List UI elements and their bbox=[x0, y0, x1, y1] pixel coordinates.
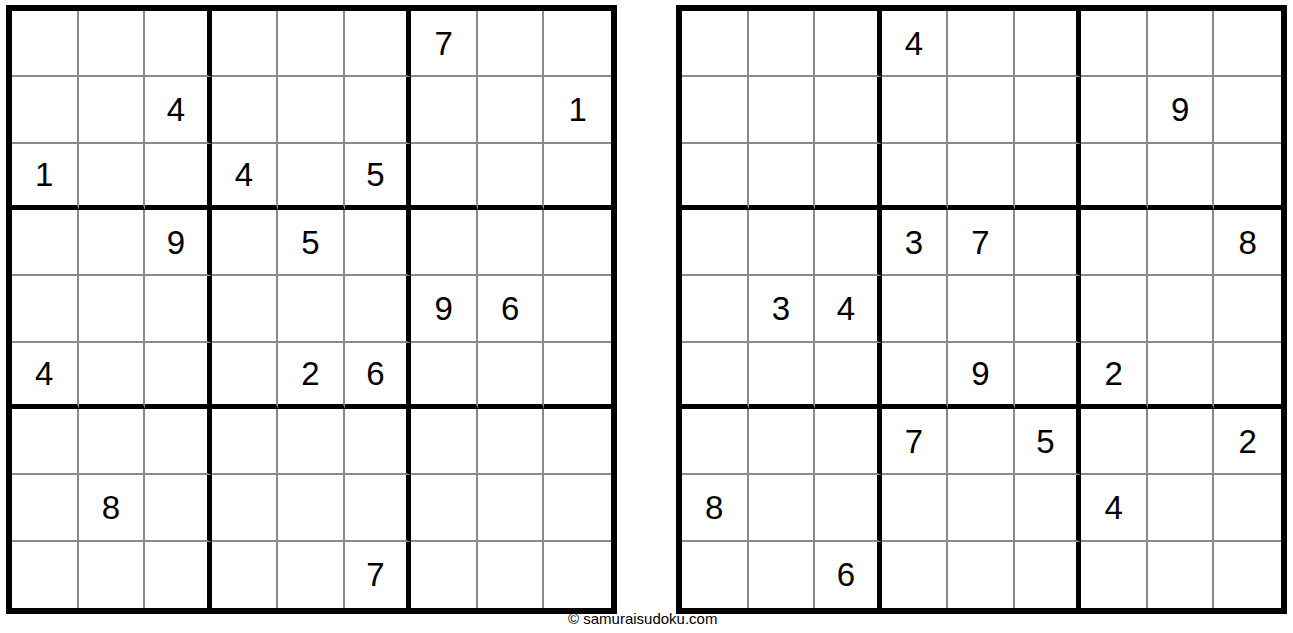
cell-left-r1c6[interactable] bbox=[345, 11, 412, 77]
cell-right-r6c3[interactable] bbox=[815, 343, 882, 409]
cell-right-r3c2[interactable] bbox=[749, 144, 816, 210]
cell-left-r9c9[interactable] bbox=[544, 542, 611, 608]
cell-left-r8c9[interactable] bbox=[544, 475, 611, 541]
cell-left-r4c4[interactable] bbox=[212, 210, 279, 276]
cell-left-r6c9[interactable] bbox=[544, 343, 611, 409]
cell-right-r7c1[interactable] bbox=[682, 409, 749, 475]
cell-right-r5c6[interactable] bbox=[1015, 276, 1082, 342]
cell-left-r6c3[interactable] bbox=[145, 343, 212, 409]
cell-left-r3c8[interactable] bbox=[478, 144, 545, 210]
cell-left-r8c7[interactable] bbox=[411, 475, 478, 541]
cell-right-r5c1[interactable] bbox=[682, 276, 749, 342]
cell-right-r5c9[interactable] bbox=[1214, 276, 1281, 342]
cell-right-r7c6[interactable]: 5 bbox=[1015, 409, 1082, 475]
cell-right-r2c9[interactable] bbox=[1214, 77, 1281, 143]
cell-right-r5c4[interactable] bbox=[882, 276, 949, 342]
cell-left-r3c3[interactable] bbox=[145, 144, 212, 210]
cell-left-r9c8[interactable] bbox=[478, 542, 545, 608]
cell-right-r1c6[interactable] bbox=[1015, 11, 1082, 77]
cell-left-r1c8[interactable] bbox=[478, 11, 545, 77]
cell-right-r9c6[interactable] bbox=[1015, 542, 1082, 608]
cell-left-r2c4[interactable] bbox=[212, 77, 279, 143]
cell-left-r2c9[interactable]: 1 bbox=[544, 77, 611, 143]
cell-right-r5c8[interactable] bbox=[1148, 276, 1215, 342]
cell-left-r6c2[interactable] bbox=[79, 343, 146, 409]
cell-left-r2c2[interactable] bbox=[79, 77, 146, 143]
cell-right-r4c6[interactable] bbox=[1015, 210, 1082, 276]
cell-left-r7c6[interactable] bbox=[345, 409, 412, 475]
cell-right-r9c2[interactable] bbox=[749, 542, 816, 608]
cell-right-r2c8[interactable]: 9 bbox=[1148, 77, 1215, 143]
cell-right-r3c9[interactable] bbox=[1214, 144, 1281, 210]
cell-right-r1c8[interactable] bbox=[1148, 11, 1215, 77]
cell-right-r6c9[interactable] bbox=[1214, 343, 1281, 409]
copyright-text: © samuraisudoku.com bbox=[568, 610, 717, 627]
cell-left-r9c2[interactable] bbox=[79, 542, 146, 608]
cell-left-r7c5[interactable] bbox=[278, 409, 345, 475]
cell-left-r1c5[interactable] bbox=[278, 11, 345, 77]
cell-right-r1c5[interactable] bbox=[948, 11, 1015, 77]
cell-left-r8c6[interactable] bbox=[345, 475, 412, 541]
cell-left-r4c9[interactable] bbox=[544, 210, 611, 276]
cell-left-r1c3[interactable] bbox=[145, 11, 212, 77]
cell-right-r4c8[interactable] bbox=[1148, 210, 1215, 276]
cell-left-r6c5[interactable]: 2 bbox=[278, 343, 345, 409]
cell-right-r3c4[interactable] bbox=[882, 144, 949, 210]
cell-left-r5c5[interactable] bbox=[278, 276, 345, 342]
cell-right-r9c1[interactable] bbox=[682, 542, 749, 608]
cell-right-r8c4[interactable] bbox=[882, 475, 949, 541]
cell-right-r9c8[interactable] bbox=[1148, 542, 1215, 608]
cell-left-r7c9[interactable] bbox=[544, 409, 611, 475]
cell-left-r6c8[interactable] bbox=[478, 343, 545, 409]
cell-left-r2c3[interactable]: 4 bbox=[145, 77, 212, 143]
cell-right-r3c8[interactable] bbox=[1148, 144, 1215, 210]
cell-right-r8c1[interactable]: 8 bbox=[682, 475, 749, 541]
cell-right-r8c3[interactable] bbox=[815, 475, 882, 541]
cell-right-r2c3[interactable] bbox=[815, 77, 882, 143]
cell-right-r6c1[interactable] bbox=[682, 343, 749, 409]
cell-left-r9c5[interactable] bbox=[278, 542, 345, 608]
cell-left-r4c3[interactable]: 9 bbox=[145, 210, 212, 276]
cell-left-r1c1[interactable] bbox=[12, 11, 79, 77]
cell-right-r4c5[interactable]: 7 bbox=[948, 210, 1015, 276]
cell-left-r1c7[interactable]: 7 bbox=[411, 11, 478, 77]
cell-left-r3c5[interactable] bbox=[278, 144, 345, 210]
cell-right-r4c1[interactable] bbox=[682, 210, 749, 276]
cell-right-r5c7[interactable] bbox=[1081, 276, 1148, 342]
cell-left-r1c9[interactable] bbox=[544, 11, 611, 77]
cell-left-r7c3[interactable] bbox=[145, 409, 212, 475]
cell-right-r7c3[interactable] bbox=[815, 409, 882, 475]
cell-left-r8c1[interactable] bbox=[12, 475, 79, 541]
cell-right-r4c2[interactable] bbox=[749, 210, 816, 276]
cell-right-r7c8[interactable] bbox=[1148, 409, 1215, 475]
cell-left-r4c8[interactable] bbox=[478, 210, 545, 276]
cell-right-r8c8[interactable] bbox=[1148, 475, 1215, 541]
cell-right-r4c4[interactable]: 3 bbox=[882, 210, 949, 276]
cell-right-r6c6[interactable] bbox=[1015, 343, 1082, 409]
cell-left-r2c7[interactable] bbox=[411, 77, 478, 143]
cell-right-r3c6[interactable] bbox=[1015, 144, 1082, 210]
cell-right-r1c7[interactable] bbox=[1081, 11, 1148, 77]
cell-left-r1c4[interactable] bbox=[212, 11, 279, 77]
cell-right-r2c1[interactable] bbox=[682, 77, 749, 143]
cell-left-r5c7[interactable]: 9 bbox=[411, 276, 478, 342]
cell-right-r7c2[interactable] bbox=[749, 409, 816, 475]
cell-right-r7c9[interactable]: 2 bbox=[1214, 409, 1281, 475]
cell-right-r8c7[interactable]: 4 bbox=[1081, 475, 1148, 541]
cell-right-r4c3[interactable] bbox=[815, 210, 882, 276]
cell-left-r9c7[interactable] bbox=[411, 542, 478, 608]
cell-left-r7c8[interactable] bbox=[478, 409, 545, 475]
cell-right-r4c9[interactable]: 8 bbox=[1214, 210, 1281, 276]
cell-left-r5c8[interactable]: 6 bbox=[478, 276, 545, 342]
cell-left-r5c4[interactable] bbox=[212, 276, 279, 342]
cell-right-r8c9[interactable] bbox=[1214, 475, 1281, 541]
cell-right-r1c9[interactable] bbox=[1214, 11, 1281, 77]
cell-right-r5c2[interactable]: 3 bbox=[749, 276, 816, 342]
cell-left-r7c1[interactable] bbox=[12, 409, 79, 475]
cell-left-r3c7[interactable] bbox=[411, 144, 478, 210]
cell-right-r7c7[interactable] bbox=[1081, 409, 1148, 475]
cell-left-r8c8[interactable] bbox=[478, 475, 545, 541]
cell-right-r9c7[interactable] bbox=[1081, 542, 1148, 608]
cell-right-r9c4[interactable] bbox=[882, 542, 949, 608]
cell-left-r8c3[interactable] bbox=[145, 475, 212, 541]
left-sudoku-board: 741145959642687 bbox=[6, 5, 617, 614]
cell-left-r4c1[interactable] bbox=[12, 210, 79, 276]
cell-left-r5c6[interactable] bbox=[345, 276, 412, 342]
cell-left-r2c6[interactable] bbox=[345, 77, 412, 143]
cell-right-r4c7[interactable] bbox=[1081, 210, 1148, 276]
cell-right-r3c1[interactable] bbox=[682, 144, 749, 210]
cell-right-r2c7[interactable] bbox=[1081, 77, 1148, 143]
cell-right-r8c6[interactable] bbox=[1015, 475, 1082, 541]
cell-right-r1c4[interactable]: 4 bbox=[882, 11, 949, 77]
cell-left-r9c4[interactable] bbox=[212, 542, 279, 608]
cell-right-r2c6[interactable] bbox=[1015, 77, 1082, 143]
cell-right-r6c5[interactable]: 9 bbox=[948, 343, 1015, 409]
cell-right-r5c3[interactable]: 4 bbox=[815, 276, 882, 342]
cell-right-r7c4[interactable]: 7 bbox=[882, 409, 949, 475]
cell-left-r6c7[interactable] bbox=[411, 343, 478, 409]
cell-left-r7c7[interactable] bbox=[411, 409, 478, 475]
cell-right-r7c5[interactable] bbox=[948, 409, 1015, 475]
cell-left-r3c2[interactable] bbox=[79, 144, 146, 210]
cell-left-r3c6[interactable]: 5 bbox=[345, 144, 412, 210]
cell-left-r5c9[interactable] bbox=[544, 276, 611, 342]
cell-right-r5c5[interactable] bbox=[948, 276, 1015, 342]
cell-right-r3c5[interactable] bbox=[948, 144, 1015, 210]
cell-left-r4c2[interactable] bbox=[79, 210, 146, 276]
cell-left-r5c1[interactable] bbox=[12, 276, 79, 342]
page: 741145959642687 493783492752846 © samura… bbox=[0, 0, 1293, 633]
cell-left-r4c7[interactable] bbox=[411, 210, 478, 276]
cell-right-r9c3[interactable]: 6 bbox=[815, 542, 882, 608]
cell-left-r4c5[interactable]: 5 bbox=[278, 210, 345, 276]
cell-right-r1c2[interactable] bbox=[749, 11, 816, 77]
cell-left-r2c5[interactable] bbox=[278, 77, 345, 143]
cell-right-r6c8[interactable] bbox=[1148, 343, 1215, 409]
cell-right-r3c7[interactable] bbox=[1081, 144, 1148, 210]
cell-right-r8c5[interactable] bbox=[948, 475, 1015, 541]
cell-left-r3c1[interactable]: 1 bbox=[12, 144, 79, 210]
cell-right-r6c2[interactable] bbox=[749, 343, 816, 409]
cell-left-r3c9[interactable] bbox=[544, 144, 611, 210]
cell-left-r1c2[interactable] bbox=[79, 11, 146, 77]
cell-left-r5c3[interactable] bbox=[145, 276, 212, 342]
cell-left-r2c8[interactable] bbox=[478, 77, 545, 143]
cell-left-r9c1[interactable] bbox=[12, 542, 79, 608]
cell-right-r3c3[interactable] bbox=[815, 144, 882, 210]
cell-left-r2c1[interactable] bbox=[12, 77, 79, 143]
cell-right-r6c4[interactable] bbox=[882, 343, 949, 409]
cell-left-r6c4[interactable] bbox=[212, 343, 279, 409]
cell-left-r3c4[interactable]: 4 bbox=[212, 144, 279, 210]
cell-left-r4c6[interactable] bbox=[345, 210, 412, 276]
cell-left-r7c4[interactable] bbox=[212, 409, 279, 475]
cell-right-r8c2[interactable] bbox=[749, 475, 816, 541]
cell-left-r8c5[interactable] bbox=[278, 475, 345, 541]
cell-right-r2c2[interactable] bbox=[749, 77, 816, 143]
cell-right-r9c9[interactable] bbox=[1214, 542, 1281, 608]
cell-left-r8c4[interactable] bbox=[212, 475, 279, 541]
cell-left-r5c2[interactable] bbox=[79, 276, 146, 342]
cell-left-r9c3[interactable] bbox=[145, 542, 212, 608]
cell-right-r1c1[interactable] bbox=[682, 11, 749, 77]
cell-left-r7c2[interactable] bbox=[79, 409, 146, 475]
cell-left-r9c6[interactable]: 7 bbox=[345, 542, 412, 608]
cell-right-r9c5[interactable] bbox=[948, 542, 1015, 608]
cell-right-r2c4[interactable] bbox=[882, 77, 949, 143]
cell-right-r2c5[interactable] bbox=[948, 77, 1015, 143]
cell-right-r1c3[interactable] bbox=[815, 11, 882, 77]
cell-left-r8c2[interactable]: 8 bbox=[79, 475, 146, 541]
cell-right-r6c7[interactable]: 2 bbox=[1081, 343, 1148, 409]
right-sudoku-board: 493783492752846 bbox=[676, 5, 1287, 614]
cell-left-r6c1[interactable]: 4 bbox=[12, 343, 79, 409]
cell-left-r6c6[interactable]: 6 bbox=[345, 343, 412, 409]
